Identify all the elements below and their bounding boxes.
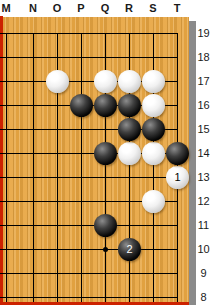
black-stone-Q14[interactable] — [94, 142, 117, 165]
column-label-Q: Q — [97, 2, 113, 14]
crop-edge-left — [0, 16, 3, 305]
grid-line — [0, 273, 178, 274]
grid-line — [0, 177, 178, 178]
column-label-S: S — [145, 2, 161, 14]
white-stone-S17[interactable] — [142, 70, 165, 93]
board-edge-shadow — [189, 21, 196, 305]
row-label-10: 10 — [195, 243, 212, 255]
row-label-19: 19 — [195, 27, 212, 39]
column-label-N: N — [25, 2, 41, 14]
white-stone-S12[interactable] — [142, 190, 165, 213]
grid-line — [81, 33, 82, 302]
column-label-O: O — [49, 2, 65, 14]
grid-line — [0, 57, 178, 58]
white-stone-O17[interactable] — [46, 70, 69, 93]
black-stone-S15[interactable] — [142, 118, 165, 141]
grid-line — [0, 225, 178, 226]
star-point-Q10 — [103, 247, 108, 252]
black-stone-R15[interactable] — [118, 118, 141, 141]
move-number: 1 — [174, 172, 180, 183]
grid-line — [0, 297, 178, 298]
white-stone-S14[interactable] — [142, 142, 165, 165]
row-label-11: 11 — [195, 219, 212, 231]
column-label-T: T — [169, 2, 185, 14]
row-label-15: 15 — [195, 123, 212, 135]
row-label-18: 18 — [195, 51, 212, 63]
grid-line — [0, 249, 178, 250]
row-label-16: 16 — [195, 99, 212, 111]
black-stone-Q11[interactable] — [94, 214, 117, 237]
move-number: 2 — [126, 244, 132, 255]
black-stone-Q16[interactable] — [94, 94, 117, 117]
row-label-14: 14 — [195, 147, 212, 159]
column-label-R: R — [121, 2, 137, 14]
white-stone-Q17[interactable] — [94, 70, 117, 93]
grid-line — [33, 33, 34, 302]
column-label-M: M — [0, 2, 14, 14]
white-stone-S16[interactable] — [142, 94, 165, 117]
row-label-12: 12 — [195, 195, 212, 207]
white-stone-R17[interactable] — [118, 70, 141, 93]
grid-line — [6, 33, 7, 302]
white-stone-T13[interactable]: 1 — [166, 166, 189, 189]
grid-line — [0, 33, 178, 34]
row-label-8: 8 — [195, 291, 212, 303]
black-stone-R10[interactable]: 2 — [118, 238, 141, 261]
black-stone-P16[interactable] — [70, 94, 93, 117]
column-label-P: P — [73, 2, 89, 14]
row-label-17: 17 — [195, 75, 212, 87]
black-stone-T14[interactable] — [166, 142, 189, 165]
row-label-9: 9 — [195, 267, 212, 279]
white-stone-R14[interactable] — [118, 142, 141, 165]
black-stone-R16[interactable] — [118, 94, 141, 117]
row-label-13: 13 — [195, 171, 212, 183]
go-diagram: MNOPQRST1918171615141312111098 12 — [0, 0, 212, 305]
